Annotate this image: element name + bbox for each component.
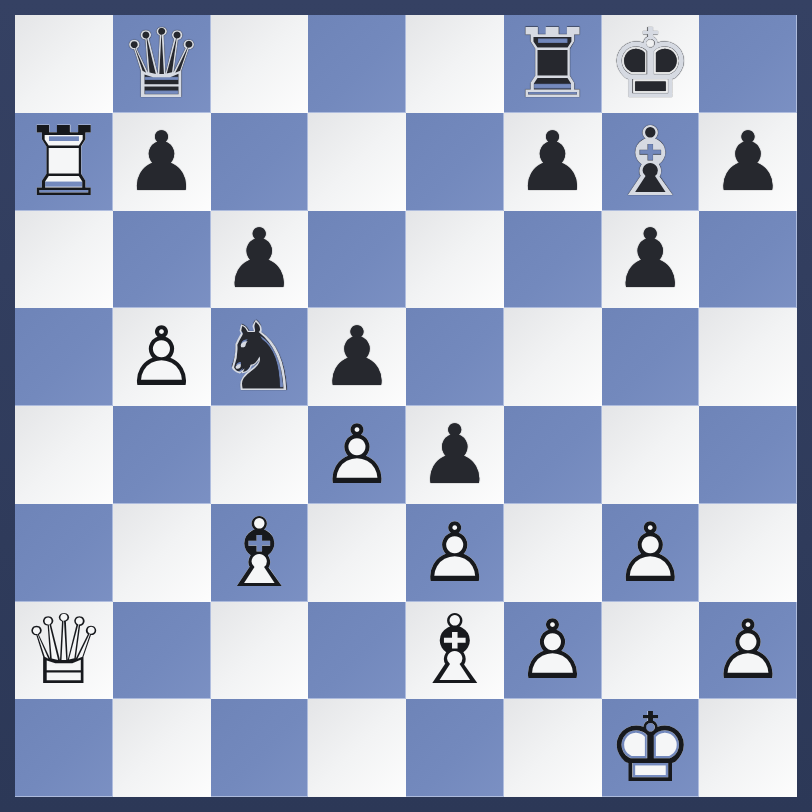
square-g3[interactable]: ♟♙ (602, 504, 700, 602)
square-d1[interactable] (308, 699, 406, 797)
square-b8[interactable]: ♛♕ (113, 15, 211, 113)
square-d4[interactable]: ♟♙ (308, 406, 406, 504)
piece-black-pawn[interactable]: ♟ (113, 113, 211, 211)
white-pawn-outline-icon: ♙ (504, 602, 602, 700)
square-b4[interactable] (113, 406, 211, 504)
white-pawn-glyph: ♟ (308, 406, 406, 504)
square-c2[interactable] (211, 602, 309, 700)
piece-black-pawn[interactable]: ♟ (602, 211, 700, 309)
chess-board: ♛♕♜♖♚♔♜♖♟♟♝♗♟♟♟♟♙♞♘♟♟♙♟♝♗♟♙♟♙♛♕♝♗♟♙♟♙♚♔ (15, 15, 797, 797)
square-a5[interactable] (15, 308, 113, 406)
white-king-outline-icon: ♔ (602, 699, 700, 797)
square-d8[interactable] (308, 15, 406, 113)
square-h3[interactable] (699, 504, 797, 602)
black-pawn-glyph: ♟ (406, 406, 504, 504)
square-g5[interactable] (602, 308, 700, 406)
piece-white-pawn[interactable]: ♟♙ (602, 504, 700, 602)
white-bishop-outline-icon: ♗ (211, 504, 309, 602)
square-h5[interactable] (699, 308, 797, 406)
square-e2[interactable]: ♝♗ (406, 602, 504, 700)
square-f3[interactable] (504, 504, 602, 602)
square-c5[interactable]: ♞♘ (211, 308, 309, 406)
black-rook-glyph: ♜ (504, 15, 602, 113)
square-b3[interactable] (113, 504, 211, 602)
square-b1[interactable] (113, 699, 211, 797)
square-b2[interactable] (113, 602, 211, 700)
black-pawn-glyph: ♟ (211, 211, 309, 309)
square-e4[interactable]: ♟ (406, 406, 504, 504)
square-a4[interactable] (15, 406, 113, 504)
square-b7[interactable]: ♟ (113, 113, 211, 211)
square-c3[interactable]: ♝♗ (211, 504, 309, 602)
white-pawn-glyph: ♟ (699, 602, 797, 700)
white-pawn-glyph: ♟ (602, 504, 700, 602)
square-e5[interactable] (406, 308, 504, 406)
piece-black-pawn[interactable]: ♟ (699, 113, 797, 211)
piece-black-queen[interactable]: ♛♕ (113, 15, 211, 113)
square-e6[interactable] (406, 211, 504, 309)
square-f8[interactable]: ♜♖ (504, 15, 602, 113)
white-queen-glyph: ♛ (15, 602, 113, 700)
square-d5[interactable]: ♟ (308, 308, 406, 406)
square-g4[interactable] (602, 406, 700, 504)
square-c7[interactable] (211, 113, 309, 211)
white-bishop-glyph: ♝ (211, 504, 309, 602)
piece-black-pawn[interactable]: ♟ (211, 211, 309, 309)
white-rook-glyph: ♜ (15, 113, 113, 211)
piece-white-pawn[interactable]: ♟♙ (406, 504, 504, 602)
piece-black-king[interactable]: ♚♔ (602, 15, 700, 113)
piece-black-pawn[interactable]: ♟ (504, 113, 602, 211)
square-g8[interactable]: ♚♔ (602, 15, 700, 113)
piece-black-rook[interactable]: ♜♖ (504, 15, 602, 113)
square-f1[interactable] (504, 699, 602, 797)
square-d2[interactable] (308, 602, 406, 700)
square-b5[interactable]: ♟♙ (113, 308, 211, 406)
square-f7[interactable]: ♟ (504, 113, 602, 211)
piece-white-rook[interactable]: ♜♖ (15, 113, 113, 211)
white-pawn-glyph: ♟ (406, 504, 504, 602)
square-g7[interactable]: ♝♗ (602, 113, 700, 211)
square-a2[interactable]: ♛♕ (15, 602, 113, 700)
square-d6[interactable] (308, 211, 406, 309)
square-g1[interactable]: ♚♔ (602, 699, 700, 797)
square-h6[interactable] (699, 211, 797, 309)
piece-white-pawn[interactable]: ♟♙ (504, 602, 602, 700)
square-g6[interactable]: ♟ (602, 211, 700, 309)
black-rook-outline-icon: ♖ (504, 15, 602, 113)
white-king-glyph: ♚ (602, 699, 700, 797)
square-d7[interactable] (308, 113, 406, 211)
black-bishop-outline-icon: ♗ (602, 113, 700, 211)
square-h8[interactable] (699, 15, 797, 113)
white-pawn-outline-icon: ♙ (699, 602, 797, 700)
black-queen-outline-icon: ♕ (113, 15, 211, 113)
square-c6[interactable]: ♟ (211, 211, 309, 309)
black-knight-outline-icon: ♘ (211, 308, 309, 406)
black-knight-glyph: ♞ (211, 308, 309, 406)
white-bishop-glyph: ♝ (406, 602, 504, 700)
white-pawn-outline-icon: ♙ (113, 308, 211, 406)
square-d3[interactable] (308, 504, 406, 602)
square-e3[interactable]: ♟♙ (406, 504, 504, 602)
piece-white-pawn[interactable]: ♟♙ (699, 602, 797, 700)
piece-white-pawn[interactable]: ♟♙ (113, 308, 211, 406)
black-king-glyph: ♚ (602, 15, 700, 113)
square-h2[interactable]: ♟♙ (699, 602, 797, 700)
square-h4[interactable] (699, 406, 797, 504)
white-rook-outline-icon: ♖ (15, 113, 113, 211)
black-pawn-glyph: ♟ (308, 308, 406, 406)
square-f4[interactable] (504, 406, 602, 504)
black-king-outline-icon: ♔ (602, 15, 700, 113)
piece-white-king[interactable]: ♚♔ (602, 699, 700, 797)
square-a3[interactable] (15, 504, 113, 602)
square-a1[interactable] (15, 699, 113, 797)
square-f6[interactable] (504, 211, 602, 309)
square-c8[interactable] (211, 15, 309, 113)
square-e8[interactable] (406, 15, 504, 113)
black-queen-glyph: ♛ (113, 15, 211, 113)
white-pawn-glyph: ♟ (504, 602, 602, 700)
square-c1[interactable] (211, 699, 309, 797)
piece-white-bishop[interactable]: ♝♗ (211, 504, 309, 602)
white-pawn-glyph: ♟ (113, 308, 211, 406)
square-b6[interactable] (113, 211, 211, 309)
white-queen-outline-icon: ♕ (15, 602, 113, 700)
white-pawn-outline-icon: ♙ (406, 504, 504, 602)
square-e7[interactable] (406, 113, 504, 211)
square-f5[interactable] (504, 308, 602, 406)
square-g2[interactable] (602, 602, 700, 700)
square-h7[interactable]: ♟ (699, 113, 797, 211)
square-e1[interactable] (406, 699, 504, 797)
piece-white-bishop[interactable]: ♝♗ (406, 602, 504, 700)
white-bishop-outline-icon: ♗ (406, 602, 504, 700)
square-c4[interactable] (211, 406, 309, 504)
piece-black-bishop[interactable]: ♝♗ (602, 113, 700, 211)
piece-black-pawn[interactable]: ♟ (308, 308, 406, 406)
board-frame: ♛♕♜♖♚♔♜♖♟♟♝♗♟♟♟♟♙♞♘♟♟♙♟♝♗♟♙♟♙♛♕♝♗♟♙♟♙♚♔ (0, 0, 812, 812)
piece-black-pawn[interactable]: ♟ (406, 406, 504, 504)
square-a7[interactable]: ♜♖ (15, 113, 113, 211)
square-a6[interactable] (15, 211, 113, 309)
black-pawn-glyph: ♟ (602, 211, 700, 309)
black-pawn-glyph: ♟ (504, 113, 602, 211)
black-bishop-glyph: ♝ (602, 113, 700, 211)
white-pawn-outline-icon: ♙ (308, 406, 406, 504)
black-pawn-glyph: ♟ (113, 113, 211, 211)
square-f2[interactable]: ♟♙ (504, 602, 602, 700)
piece-white-pawn[interactable]: ♟♙ (308, 406, 406, 504)
square-h1[interactable] (699, 699, 797, 797)
white-pawn-outline-icon: ♙ (602, 504, 700, 602)
square-a8[interactable] (15, 15, 113, 113)
piece-black-knight[interactable]: ♞♘ (211, 308, 309, 406)
piece-white-queen[interactable]: ♛♕ (15, 602, 113, 700)
black-pawn-glyph: ♟ (699, 113, 797, 211)
